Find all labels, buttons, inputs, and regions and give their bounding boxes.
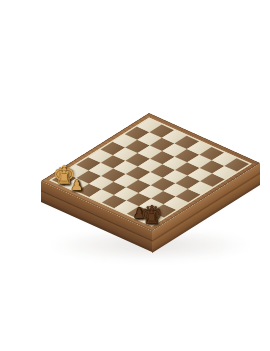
chess-set-photo: ♜♞♝♛♚♝♞♜♟♟♟♟♟♟♟♟♟♟♟♟♟♟♟♟♜♞♝♛♚♝♞♜ xyxy=(0,0,270,351)
